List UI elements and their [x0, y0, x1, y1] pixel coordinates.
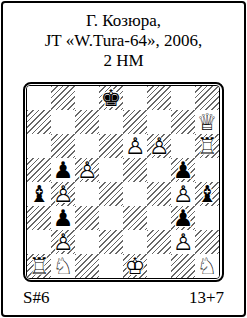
white-p-piece: ♙	[75, 158, 99, 182]
problem-header: Г. Козюра, JT «W.Tura-64», 2006, 2 HM	[3, 11, 244, 71]
square-d3	[99, 206, 123, 230]
square-b8	[51, 86, 75, 110]
board-inner-frame: ♚♛♕♟♙♟♙♜♖♟♟♙♟♝♟♙♟♙♝♟♟♟♙♟♙♜♖♞♘♚♔♞♘	[26, 85, 220, 279]
square-h8	[195, 86, 219, 110]
square-h1: ♞♘	[195, 254, 219, 278]
square-f4	[147, 182, 171, 206]
diagram-caption: S#6 13+7	[23, 288, 224, 308]
square-c1	[75, 254, 99, 278]
black-b-piece: ♝	[27, 182, 51, 206]
white-n-piece-fill: ♞	[51, 254, 75, 278]
white-r-piece-fill: ♜	[195, 134, 219, 158]
square-c5: ♟♙	[75, 158, 99, 182]
square-h6: ♜♖	[195, 134, 219, 158]
square-a8	[27, 86, 51, 110]
square-b1: ♞♘	[51, 254, 75, 278]
square-f7	[147, 110, 171, 134]
square-e3	[123, 206, 147, 230]
white-n-piece: ♘	[51, 254, 75, 278]
square-g1	[171, 254, 195, 278]
square-b5: ♟	[51, 158, 75, 182]
white-p-piece: ♙	[123, 134, 147, 158]
square-a2	[27, 230, 51, 254]
square-h4: ♝	[195, 182, 219, 206]
square-e4	[123, 182, 147, 206]
square-f3	[147, 206, 171, 230]
piece-count: 13+7	[189, 288, 224, 308]
white-p-piece-fill: ♟	[123, 134, 147, 158]
square-e1: ♚♔	[123, 254, 147, 278]
square-b3: ♟	[51, 206, 75, 230]
square-d4	[99, 182, 123, 206]
square-h5	[195, 158, 219, 182]
square-d1	[99, 254, 123, 278]
white-n-piece-fill: ♞	[195, 254, 219, 278]
square-h7: ♛♕	[195, 110, 219, 134]
black-p-piece: ♟	[171, 158, 195, 182]
square-e2	[123, 230, 147, 254]
black-p-piece: ♟	[51, 158, 75, 182]
white-k-piece-fill: ♚	[123, 254, 147, 278]
square-a7	[27, 110, 51, 134]
white-p-piece: ♙	[171, 230, 195, 254]
white-p-piece-fill: ♟	[75, 158, 99, 182]
square-d5	[99, 158, 123, 182]
white-p-piece-fill: ♟	[171, 182, 195, 206]
square-c6	[75, 134, 99, 158]
author-line: Г. Козюра,	[3, 11, 244, 31]
square-d8: ♚	[99, 86, 123, 110]
square-c4	[75, 182, 99, 206]
white-p-piece: ♙	[51, 230, 75, 254]
white-n-piece: ♘	[195, 254, 219, 278]
square-c3	[75, 206, 99, 230]
award-line: 2 HM	[3, 51, 244, 71]
white-p-piece-fill: ♟	[147, 134, 171, 158]
white-r-piece: ♖	[27, 254, 51, 278]
square-f5	[147, 158, 171, 182]
square-a1: ♜♖	[27, 254, 51, 278]
chessboard: ♚♛♕♟♙♟♙♜♖♟♟♙♟♝♟♙♟♙♝♟♟♟♙♟♙♜♖♞♘♚♔♞♘	[27, 86, 219, 278]
square-e8	[123, 86, 147, 110]
square-g7	[171, 110, 195, 134]
square-b2: ♟♙	[51, 230, 75, 254]
black-b-piece: ♝	[195, 182, 219, 206]
black-p-piece: ♟	[51, 206, 75, 230]
square-a3	[27, 206, 51, 230]
white-r-piece-fill: ♜	[27, 254, 51, 278]
white-r-piece: ♖	[195, 134, 219, 158]
black-k-piece: ♚	[99, 86, 123, 110]
black-p-piece: ♟	[171, 206, 195, 230]
stipulation: S#6	[23, 288, 49, 308]
square-b6	[51, 134, 75, 158]
square-g4: ♟♙	[171, 182, 195, 206]
square-a6	[27, 134, 51, 158]
square-c2	[75, 230, 99, 254]
square-e5	[123, 158, 147, 182]
square-h2	[195, 230, 219, 254]
square-d6	[99, 134, 123, 158]
square-b4: ♟♙	[51, 182, 75, 206]
square-b7	[51, 110, 75, 134]
square-g2: ♟♙	[171, 230, 195, 254]
square-e6: ♟♙	[123, 134, 147, 158]
square-g6	[171, 134, 195, 158]
square-g3: ♟	[171, 206, 195, 230]
square-f1	[147, 254, 171, 278]
square-c8	[75, 86, 99, 110]
square-g8	[171, 86, 195, 110]
tournament-line: JT «W.Tura-64», 2006,	[3, 31, 244, 51]
white-p-piece-fill: ♟	[51, 230, 75, 254]
square-f2	[147, 230, 171, 254]
white-q-piece: ♕	[195, 110, 219, 134]
diagram-page: Г. Козюра, JT «W.Tura-64», 2006, 2 HM ♚♛…	[1, 1, 246, 317]
square-f6: ♟♙	[147, 134, 171, 158]
square-d2	[99, 230, 123, 254]
square-c7	[75, 110, 99, 134]
square-g5: ♟	[171, 158, 195, 182]
white-p-piece: ♙	[171, 182, 195, 206]
square-d7	[99, 110, 123, 134]
square-a5	[27, 158, 51, 182]
square-f8	[147, 86, 171, 110]
white-p-piece-fill: ♟	[171, 230, 195, 254]
square-a4: ♝	[27, 182, 51, 206]
white-p-piece: ♙	[147, 134, 171, 158]
white-p-piece-fill: ♟	[51, 182, 75, 206]
white-q-piece-fill: ♛	[195, 110, 219, 134]
square-e7	[123, 110, 147, 134]
white-k-piece: ♔	[123, 254, 147, 278]
board-frame: ♚♛♕♟♙♟♙♜♖♟♟♙♟♝♟♙♟♙♝♟♟♟♙♟♙♜♖♞♘♚♔♞♘	[23, 82, 224, 282]
square-h3	[195, 206, 219, 230]
white-p-piece: ♙	[51, 182, 75, 206]
